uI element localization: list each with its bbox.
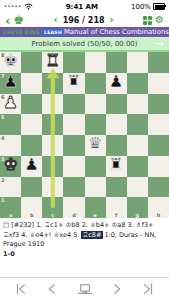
square-e6[interactable] [85,94,106,115]
problem-counter: 196 / 218 [63,16,105,25]
game-result: 1-0 [3,250,166,260]
file-label-g: g [136,213,140,218]
square-e3[interactable] [85,156,106,177]
apps-grid-icon[interactable] [143,16,152,25]
chess-king-logo-icon[interactable]: ♚ [13,14,24,26]
wifi-icon [24,3,33,10]
square-c6[interactable] [42,94,63,115]
square-c1[interactable]: c [42,197,63,218]
square-a6[interactable]: 6♟ [0,94,21,115]
square-d8[interactable] [63,52,84,73]
square-e5[interactable] [85,114,106,135]
chess-king-wordmark: CHESS KING [3,29,40,35]
square-f1[interactable]: f [106,197,127,218]
black-pawn: ♟ [3,74,18,91]
black-queen: ♛ [88,136,103,153]
square-h1[interactable]: h [148,197,169,218]
square-d5[interactable] [63,114,84,135]
square-b8[interactable] [21,52,42,73]
current-move[interactable]: ♖c8# [81,231,103,239]
file-label-e: e [93,213,96,218]
square-b5[interactable] [21,114,42,135]
square-a5[interactable]: 5 [0,114,21,135]
square-f3[interactable]: ♜ [106,156,127,177]
last-move-button[interactable] [141,282,155,296]
first-move-button[interactable] [14,282,28,296]
square-b4[interactable] [21,135,42,156]
square-g3[interactable] [127,156,148,177]
square-a8[interactable]: 8♚ [0,52,21,73]
square-e2[interactable] [85,177,106,198]
leash-badge: LEASH [42,29,64,35]
square-d4[interactable] [63,135,84,156]
square-d2[interactable] [63,177,84,198]
file-label-a: a [9,213,12,218]
nav-bar: ‹ ♚ ‹ 196 / 218 › ⚙ [0,13,169,27]
square-h6[interactable] [148,94,169,115]
file-label-h: h [157,213,161,218]
file-label-c: c [51,213,54,218]
square-h2[interactable] [148,177,169,198]
square-b1[interactable]: b [21,197,42,218]
square-a2[interactable]: 2 [0,177,21,198]
square-a7[interactable]: 7♟ [0,73,21,94]
back-button[interactable]: ‹ [5,14,10,27]
file-label-d: d [72,213,76,218]
prev-move-button[interactable] [45,282,59,296]
square-g6[interactable] [127,94,148,115]
black-pawn: ♟ [24,157,39,174]
square-f2[interactable] [106,177,127,198]
square-f7[interactable]: ♟ [106,73,127,94]
square-h4[interactable] [148,135,169,156]
square-b6[interactable] [21,94,42,115]
square-e1[interactable]: e [85,197,106,218]
square-b3[interactable]: ♟ [21,156,42,177]
board-container: 8♚♜7♟♜♟6♟54♛3♚♟♜21abcdefgh [0,52,169,218]
square-e8[interactable] [85,52,106,73]
square-a4[interactable]: 4 [0,135,21,156]
square-c2[interactable] [42,177,63,198]
app-screen: ••••• 9:41 AM 100% ‹ ♚ ‹ 196 / 218 › ⚙ [0,0,169,300]
back-chevron-icon [45,282,59,296]
square-d7[interactable]: ♜ [63,73,84,94]
square-e7[interactable] [85,73,106,94]
carrier-signal-icon: ••••• [4,4,22,9]
square-g7[interactable] [127,73,148,94]
square-f6[interactable] [106,94,127,115]
square-c8[interactable]: ♜ [42,52,63,73]
black-pawn: ♟ [109,74,124,91]
square-c3[interactable] [42,156,63,177]
white-rook: ♜ [45,53,60,70]
square-b2[interactable] [21,177,42,198]
square-a1[interactable]: 1a [0,197,21,218]
square-h3[interactable] [148,156,169,177]
square-d1[interactable]: d [63,197,84,218]
next-move-button[interactable] [110,282,124,296]
square-e4[interactable]: ♛ [85,135,106,156]
square-h7[interactable] [148,73,169,94]
banner-text: Problem solved (50/50, 00:00) [31,40,137,48]
status-bar: ••••• 9:41 AM 100% [0,0,169,13]
square-d3[interactable] [63,156,84,177]
black-rook: ♜ [67,74,82,91]
file-label-b: b [30,213,34,218]
square-g5[interactable] [127,114,148,135]
rank-label-1: 1 [1,198,4,203]
computer-icon [77,282,93,296]
file-label-f: f [115,213,117,218]
chess-board: 8♚♜7♟♜♟6♟54♛3♚♟♜21abcdefgh [0,52,169,218]
notation-panel: □ [#232] 1. ♖c1+ ♔b8 2. ♕b4+ ♔a8 3. ♗f3+… [0,218,169,260]
settings-gear-icon[interactable]: ⚙ [155,15,164,25]
skip-to-end-icon [141,282,155,296]
square-f8[interactable] [106,52,127,73]
square-f4[interactable] [106,135,127,156]
rank-label-2: 2 [1,178,4,183]
white-king: ♚ [3,157,18,174]
whitespace [0,260,169,277]
square-f5[interactable] [106,114,127,135]
square-c7[interactable] [42,73,63,94]
square-g1[interactable]: g [127,197,148,218]
next-problem-button[interactable]: › [110,15,114,25]
square-b7[interactable] [21,73,42,94]
square-a3[interactable]: 3♚ [0,156,21,177]
title-bar: CHESS KING LEASH Manual of Chess Combina… [0,27,169,37]
prev-problem-button[interactable]: ‹ [54,15,58,25]
white-pawn: ♟ [3,95,18,112]
battery-percent: 100% [131,3,151,11]
rank-label-4: 4 [1,136,4,141]
app-title: Manual of Chess Combinations [64,28,169,36]
engine-analysis-button[interactable] [77,282,93,296]
square-g4[interactable] [127,135,148,156]
clock: 9:41 AM [66,3,98,11]
next-problem-arrow-icon[interactable]: → [156,39,164,49]
square-d6[interactable] [63,94,84,115]
square-h8[interactable] [148,52,169,73]
black-rook: ♜ [109,157,124,174]
bottom-toolbar [0,277,169,300]
forward-chevron-icon [110,282,124,296]
battery-icon [153,3,165,10]
rank-label-5: 5 [1,115,4,120]
black-king: ♚ [3,53,18,70]
square-g2[interactable] [127,177,148,198]
square-g8[interactable] [127,52,148,73]
square-c5[interactable] [42,114,63,135]
status-banner: Problem solved (50/50, 00:00) → [0,37,169,50]
skip-to-start-icon [14,282,28,296]
square-h5[interactable] [148,114,169,135]
square-c4[interactable] [42,135,63,156]
